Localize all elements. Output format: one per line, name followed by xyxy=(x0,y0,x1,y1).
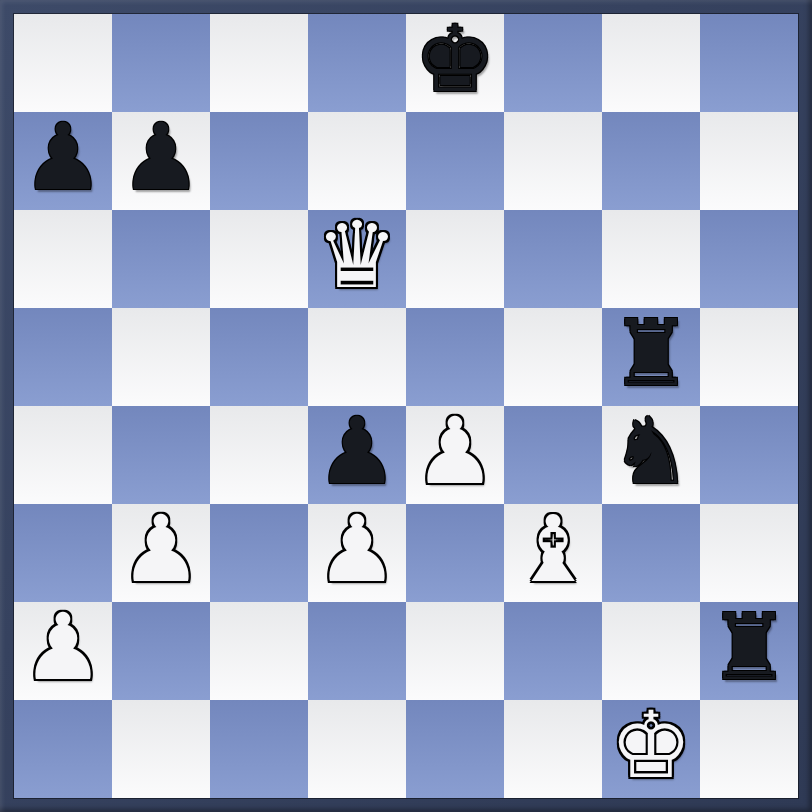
square-b6[interactable] xyxy=(112,210,210,308)
square-e2[interactable] xyxy=(406,602,504,700)
square-c8[interactable] xyxy=(210,14,308,112)
square-a4[interactable] xyxy=(14,406,112,504)
square-h2[interactable]: ♜ xyxy=(700,602,798,700)
square-h1[interactable] xyxy=(700,700,798,798)
chess-board: ♚♟♟♛♜♟♟♞♟♟♝♟♜♚ xyxy=(14,14,798,798)
square-b5[interactable] xyxy=(112,308,210,406)
square-h5[interactable] xyxy=(700,308,798,406)
square-d2[interactable] xyxy=(308,602,406,700)
square-f4[interactable] xyxy=(504,406,602,504)
square-h7[interactable] xyxy=(700,112,798,210)
square-e4[interactable]: ♟ xyxy=(406,406,504,504)
square-e6[interactable] xyxy=(406,210,504,308)
square-e8[interactable]: ♚ xyxy=(406,14,504,112)
square-a3[interactable] xyxy=(14,504,112,602)
square-d5[interactable] xyxy=(308,308,406,406)
square-e5[interactable] xyxy=(406,308,504,406)
square-a2[interactable]: ♟ xyxy=(14,602,112,700)
square-h6[interactable] xyxy=(700,210,798,308)
square-g5[interactable]: ♜ xyxy=(602,308,700,406)
white-queen: ♛ xyxy=(308,207,406,305)
square-b7[interactable]: ♟ xyxy=(112,112,210,210)
square-f6[interactable] xyxy=(504,210,602,308)
black-pawn: ♟ xyxy=(308,403,406,501)
square-g8[interactable] xyxy=(602,14,700,112)
square-b3[interactable]: ♟ xyxy=(112,504,210,602)
square-d6[interactable]: ♛ xyxy=(308,210,406,308)
square-c3[interactable] xyxy=(210,504,308,602)
white-king: ♚ xyxy=(602,697,700,795)
square-d8[interactable] xyxy=(308,14,406,112)
square-a5[interactable] xyxy=(14,308,112,406)
square-b4[interactable] xyxy=(112,406,210,504)
square-a8[interactable] xyxy=(14,14,112,112)
square-g2[interactable] xyxy=(602,602,700,700)
square-b1[interactable] xyxy=(112,700,210,798)
square-c6[interactable] xyxy=(210,210,308,308)
square-c4[interactable] xyxy=(210,406,308,504)
square-f3[interactable]: ♝ xyxy=(504,504,602,602)
square-c7[interactable] xyxy=(210,112,308,210)
white-pawn: ♟ xyxy=(112,501,210,599)
black-king: ♚ xyxy=(406,11,504,109)
square-d7[interactable] xyxy=(308,112,406,210)
square-d1[interactable] xyxy=(308,700,406,798)
square-e7[interactable] xyxy=(406,112,504,210)
square-h3[interactable] xyxy=(700,504,798,602)
white-bishop: ♝ xyxy=(504,501,602,599)
black-rook: ♜ xyxy=(700,599,798,697)
black-pawn: ♟ xyxy=(112,109,210,207)
square-f5[interactable] xyxy=(504,308,602,406)
white-pawn: ♟ xyxy=(308,501,406,599)
square-g3[interactable] xyxy=(602,504,700,602)
chess-board-frame: ♚♟♟♛♜♟♟♞♟♟♝♟♜♚ xyxy=(0,0,812,812)
square-h8[interactable] xyxy=(700,14,798,112)
square-b8[interactable] xyxy=(112,14,210,112)
white-pawn: ♟ xyxy=(14,599,112,697)
square-f8[interactable] xyxy=(504,14,602,112)
square-a1[interactable] xyxy=(14,700,112,798)
black-knight: ♞ xyxy=(602,403,700,501)
square-g1[interactable]: ♚ xyxy=(602,700,700,798)
square-e1[interactable] xyxy=(406,700,504,798)
square-g6[interactable] xyxy=(602,210,700,308)
square-f7[interactable] xyxy=(504,112,602,210)
black-rook: ♜ xyxy=(602,305,700,403)
square-c5[interactable] xyxy=(210,308,308,406)
square-a6[interactable] xyxy=(14,210,112,308)
square-c2[interactable] xyxy=(210,602,308,700)
square-d4[interactable]: ♟ xyxy=(308,406,406,504)
square-f2[interactable] xyxy=(504,602,602,700)
square-e3[interactable] xyxy=(406,504,504,602)
square-b2[interactable] xyxy=(112,602,210,700)
square-h4[interactable] xyxy=(700,406,798,504)
black-pawn: ♟ xyxy=(14,109,112,207)
square-g7[interactable] xyxy=(602,112,700,210)
square-c1[interactable] xyxy=(210,700,308,798)
square-a7[interactable]: ♟ xyxy=(14,112,112,210)
square-d3[interactable]: ♟ xyxy=(308,504,406,602)
square-g4[interactable]: ♞ xyxy=(602,406,700,504)
white-pawn: ♟ xyxy=(406,403,504,501)
square-f1[interactable] xyxy=(504,700,602,798)
